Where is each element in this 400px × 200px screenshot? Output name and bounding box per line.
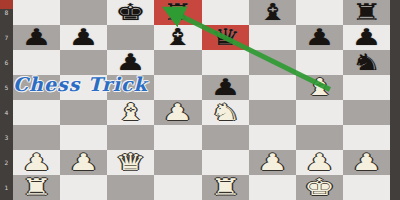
square-d8[interactable]: ♜ [154, 0, 201, 25]
square-e4[interactable]: ♞ [202, 100, 249, 125]
rank-label-5: 5 [0, 75, 13, 100]
square-h1[interactable] [343, 175, 390, 200]
chess-board-frame: 87654321 ♚♜♝♜♟♟♝♛♟♟♟♞♟♝♝♟♞♟♟♛♟♟♟♜♜♚ Ches… [0, 0, 400, 200]
rank-label-2: 2 [0, 150, 13, 175]
square-e7[interactable]: ♛ [202, 25, 249, 50]
square-c2[interactable]: ♛ [107, 150, 154, 175]
rank-label-8: 8 [0, 0, 13, 25]
square-d2[interactable] [154, 150, 201, 175]
square-a8[interactable] [13, 0, 60, 25]
rank-label-4: 4 [0, 100, 13, 125]
square-b3[interactable] [60, 125, 107, 150]
square-c6[interactable]: ♟ [107, 50, 154, 75]
rank-label-3: 3 [0, 125, 13, 150]
square-e3[interactable] [202, 125, 249, 150]
square-h3[interactable] [343, 125, 390, 150]
square-g1[interactable]: ♚ [296, 175, 343, 200]
square-h5[interactable] [343, 75, 390, 100]
square-b1[interactable] [60, 175, 107, 200]
square-g3[interactable] [296, 125, 343, 150]
square-g4[interactable] [296, 100, 343, 125]
square-a5[interactable] [13, 75, 60, 100]
square-f6[interactable] [249, 50, 296, 75]
square-a6[interactable] [13, 50, 60, 75]
square-d6[interactable] [154, 50, 201, 75]
square-a3[interactable] [13, 125, 60, 150]
square-h6[interactable]: ♞ [343, 50, 390, 75]
square-e1[interactable]: ♜ [202, 175, 249, 200]
square-b7[interactable]: ♟ [60, 25, 107, 50]
square-h8[interactable]: ♜ [343, 0, 390, 25]
square-c5[interactable] [107, 75, 154, 100]
right-coordinate-strip [390, 0, 400, 200]
square-e6[interactable] [202, 50, 249, 75]
square-h4[interactable] [343, 100, 390, 125]
square-h2[interactable]: ♟ [343, 150, 390, 175]
square-f4[interactable] [249, 100, 296, 125]
rank-label-6: 6 [0, 50, 13, 75]
square-f8[interactable]: ♝ [249, 0, 296, 25]
square-a1[interactable]: ♜ [13, 175, 60, 200]
rank-label-7: 7 [0, 25, 13, 50]
square-f3[interactable] [249, 125, 296, 150]
square-d3[interactable] [154, 125, 201, 150]
square-e5[interactable]: ♟ [202, 75, 249, 100]
square-c3[interactable] [107, 125, 154, 150]
square-h7[interactable]: ♟ [343, 25, 390, 50]
rank-label-1: 1 [0, 175, 13, 200]
left-coordinate-strip: 87654321 [0, 0, 13, 200]
square-a4[interactable] [13, 100, 60, 125]
square-g5[interactable]: ♝ [296, 75, 343, 100]
chess-board: ♚♜♝♜♟♟♝♛♟♟♟♞♟♝♝♟♞♟♟♛♟♟♟♜♜♚ [13, 0, 390, 200]
square-b5[interactable] [60, 75, 107, 100]
rank-labels: 87654321 [0, 0, 13, 200]
square-c1[interactable] [107, 175, 154, 200]
